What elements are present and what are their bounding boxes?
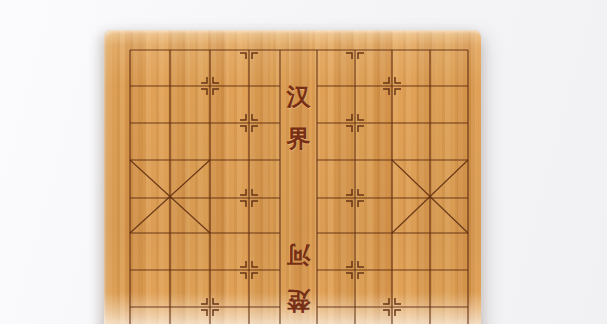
board-cell	[317, 123, 355, 160]
board-cell	[317, 160, 355, 198]
board-cell	[130, 198, 170, 233]
board-cell	[210, 50, 249, 86]
board-cell	[430, 86, 468, 123]
board-cell	[355, 123, 392, 160]
board-cell	[355, 270, 392, 307]
river-char-he-rotated: 河	[280, 242, 317, 268]
board-cell	[170, 160, 210, 198]
river-char-chu-rotated: 楚	[280, 288, 317, 314]
board-cell	[210, 198, 249, 233]
board-cell	[392, 307, 430, 324]
board-cell	[249, 123, 280, 160]
board-cell	[249, 198, 280, 233]
board-cell	[130, 233, 170, 270]
board-cell	[249, 50, 280, 86]
board-cell	[210, 307, 249, 324]
board-cell	[210, 233, 249, 270]
board-cell	[130, 160, 170, 198]
board-cell	[170, 233, 210, 270]
board-cell	[249, 233, 280, 270]
board-cell	[249, 86, 280, 123]
board-cell	[317, 307, 355, 324]
board-cell	[280, 198, 317, 233]
board-cell	[392, 50, 430, 86]
board-cell	[430, 233, 468, 270]
board-cell	[249, 160, 280, 198]
board-cell	[430, 270, 468, 307]
board-cell	[355, 233, 392, 270]
board-cell	[317, 86, 355, 123]
board-cell	[130, 270, 170, 307]
board-cell	[430, 198, 468, 233]
board-cell	[430, 123, 468, 160]
board-cell	[392, 160, 430, 198]
board-cell	[130, 86, 170, 123]
board-cell	[130, 307, 170, 324]
board-cell	[280, 160, 317, 198]
board-cell	[170, 307, 210, 324]
board-cell	[317, 50, 355, 86]
river-char-han: 汉	[280, 84, 317, 110]
board-cell	[170, 50, 210, 86]
board-cell	[210, 270, 249, 307]
board-cell	[210, 160, 249, 198]
board-cell	[355, 50, 392, 86]
photo-background: 汉 界 河 楚	[0, 0, 607, 324]
board-cell	[170, 270, 210, 307]
board-cell	[430, 307, 468, 324]
board-cell	[392, 198, 430, 233]
board-cell	[392, 123, 430, 160]
board-cell	[170, 123, 210, 160]
board-cell	[280, 50, 317, 86]
board-cell	[130, 123, 170, 160]
board-cell	[170, 198, 210, 233]
board-cell	[317, 198, 355, 233]
board-cell	[317, 233, 355, 270]
board-cell	[210, 123, 249, 160]
board-cell	[317, 270, 355, 307]
board-cell	[170, 86, 210, 123]
board-cell	[355, 160, 392, 198]
board-cell	[392, 86, 430, 123]
board-cell	[355, 86, 392, 123]
xiangqi-board[interactable]: 汉 界 河 楚	[104, 30, 481, 324]
board-cell	[392, 233, 430, 270]
river-char-jie: 界	[280, 126, 317, 152]
board-cell	[130, 50, 170, 86]
board-cell	[430, 160, 468, 198]
board-cell	[430, 50, 468, 86]
board-cell	[249, 270, 280, 307]
board-cell	[210, 86, 249, 123]
board-cell	[249, 307, 280, 324]
board-cell	[392, 270, 430, 307]
board-cell	[355, 307, 392, 324]
board-cell	[355, 198, 392, 233]
